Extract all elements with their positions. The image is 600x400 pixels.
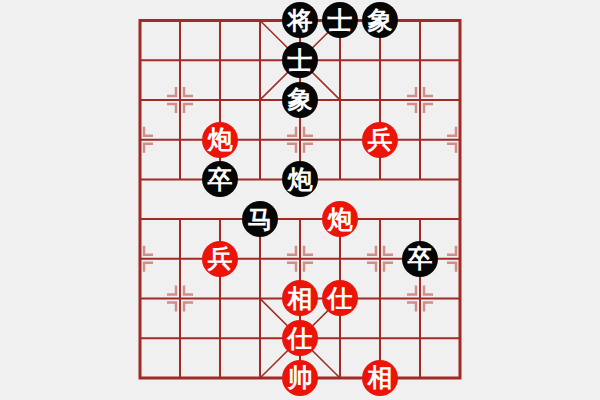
red-cannon[interactable]: 炮 bbox=[322, 201, 358, 237]
red-advisor[interactable]: 仕 bbox=[282, 320, 318, 356]
black-elephant[interactable]: 象 bbox=[362, 2, 398, 38]
red-soldier[interactable]: 兵 bbox=[362, 122, 398, 158]
black-elephant[interactable]: 象 bbox=[282, 82, 318, 118]
black-general[interactable]: 将 bbox=[282, 2, 318, 38]
black-soldier[interactable]: 卒 bbox=[202, 161, 238, 197]
black-soldier[interactable]: 卒 bbox=[402, 241, 438, 277]
black-advisor[interactable]: 士 bbox=[322, 2, 358, 38]
red-elephant[interactable]: 相 bbox=[282, 280, 318, 316]
black-horse[interactable]: 马 bbox=[242, 201, 278, 237]
red-advisor[interactable]: 仕 bbox=[322, 280, 358, 316]
red-soldier[interactable]: 兵 bbox=[202, 241, 238, 277]
red-general[interactable]: 帅 bbox=[282, 360, 318, 396]
black-cannon[interactable]: 炮 bbox=[282, 161, 318, 197]
black-advisor[interactable]: 士 bbox=[282, 42, 318, 78]
xiangqi-board: 将士象士象炮兵卒炮马炮兵卒相仕仕帅相 bbox=[120, 1, 480, 398]
xiangqi-screenshot: 将士象士象炮兵卒炮马炮兵卒相仕仕帅相 bbox=[0, 0, 600, 400]
red-cannon[interactable]: 炮 bbox=[202, 122, 238, 158]
red-elephant[interactable]: 相 bbox=[362, 360, 398, 396]
